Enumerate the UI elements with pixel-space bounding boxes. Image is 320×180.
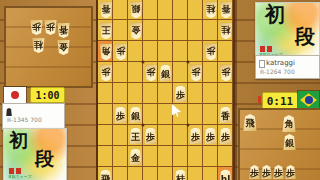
hoshi-dot — [187, 124, 190, 127]
board-cell[interactable]: 桂 — [218, 20, 233, 41]
left-player-clock: 1:00 — [30, 87, 65, 103]
board-cell[interactable] — [188, 0, 203, 20]
board-cell[interactable] — [188, 146, 203, 167]
board-cell[interactable] — [113, 62, 128, 83]
player-piece-icon — [6, 108, 12, 116]
board-cell[interactable] — [143, 146, 158, 167]
player-status-icon — [259, 60, 265, 68]
board-cell[interactable] — [143, 167, 158, 180]
board-cell[interactable] — [113, 83, 128, 104]
board-cell[interactable] — [158, 104, 173, 125]
board-cell[interactable]: 歩 — [188, 62, 203, 83]
board-cell[interactable]: 銀 — [158, 62, 173, 83]
board-grid: 香銀桂香王金桂角歩歩歩歩銀歩歩歩歩銀香王歩歩歩歩金飛桂hl — [98, 0, 233, 180]
rank-seal-stamps — [260, 46, 272, 52]
brazil-flag-icon — [298, 91, 319, 109]
board-cell[interactable] — [143, 104, 158, 125]
board-cell[interactable] — [173, 20, 188, 41]
board-cell[interactable] — [113, 167, 128, 180]
shogi-piece-歩[interactable]: 歩 — [189, 64, 202, 81]
board-cell[interactable] — [188, 83, 203, 104]
board-cell[interactable]: 香 — [218, 104, 233, 125]
board-cell[interactable]: 桂 — [173, 167, 188, 180]
shogi-piece-歩[interactable]: 歩 — [144, 127, 157, 144]
board-cell[interactable] — [143, 0, 158, 20]
right-player-name: katraggi — [266, 59, 295, 67]
board-cell[interactable]: 角 — [98, 41, 113, 62]
board-cell[interactable] — [128, 167, 143, 180]
shogi-piece-歩[interactable]: 歩 — [114, 106, 127, 123]
board-cell[interactable] — [143, 41, 158, 62]
board-cell[interactable] — [218, 146, 233, 167]
shogi-piece-香[interactable]: 香 — [219, 106, 232, 123]
board-cell[interactable]: 歩 — [203, 41, 218, 62]
board-cell[interactable]: 歩 — [173, 83, 188, 104]
board-cell[interactable]: 金 — [128, 146, 143, 167]
shogi-piece-香[interactable]: 香 — [99, 1, 112, 18]
board-cell[interactable] — [188, 41, 203, 62]
rank-kanji: 段 — [35, 149, 54, 168]
board-cell[interactable]: 銀 — [128, 104, 143, 125]
hand-piece-歩[interactable]: 歩 — [30, 20, 43, 35]
board-cell[interactable]: 王 — [128, 125, 143, 146]
board-cell[interactable] — [173, 62, 188, 83]
board-cell[interactable] — [128, 83, 143, 104]
hoshi-dot — [187, 61, 190, 64]
right-player-namecard[interactable]: katraggi R-1264 700 — [255, 55, 320, 79]
board-cell[interactable] — [203, 83, 218, 104]
board-cell[interactable] — [158, 83, 173, 104]
board-cell[interactable]: 歩 — [113, 104, 128, 125]
hand-piece-銀[interactable]: 銀 — [283, 134, 296, 150]
board-cell[interactable]: 王 — [98, 20, 113, 41]
hand-piece-香[interactable]: 香 — [57, 23, 70, 38]
board-cell[interactable]: 歩 — [218, 125, 233, 146]
shogi-piece-桂[interactable]: 桂 — [204, 1, 217, 18]
shogi-piece-金[interactable]: 金 — [129, 22, 142, 39]
board-cell[interactable]: hl — [218, 167, 233, 180]
left-player-info: R-1345 700 — [7, 116, 42, 123]
hand-piece-角[interactable]: 角 — [282, 115, 296, 132]
board-cell[interactable] — [188, 104, 203, 125]
shogi-piece-飛[interactable]: 飛 — [99, 169, 112, 180]
board-cell[interactable] — [173, 0, 188, 20]
board-cell[interactable]: 歩 — [113, 41, 128, 62]
active-turn-indicator — [258, 96, 261, 103]
board-cell[interactable] — [128, 62, 143, 83]
board-cell[interactable] — [98, 125, 113, 146]
rank-kanji: 初 — [265, 4, 285, 24]
board-cell[interactable] — [98, 83, 113, 104]
hand-piece-歩[interactable]: 歩 — [44, 20, 57, 35]
shogi-piece-歩[interactable]: 歩 — [204, 43, 217, 60]
hand-piece-歩[interactable]: 歩 — [249, 165, 260, 179]
shogi-piece-歩[interactable]: 歩 — [99, 64, 112, 81]
board-cell[interactable] — [113, 125, 128, 146]
right-rank-card: 初 段 将棋ウォーズ — [255, 2, 320, 59]
hand-piece-桂[interactable]: 桂 — [32, 38, 45, 53]
board-cell[interactable] — [203, 20, 218, 41]
board-cell[interactable]: 桂 — [203, 0, 218, 20]
board-cell[interactable] — [98, 104, 113, 125]
right-player-info: R-1264 700 — [260, 68, 295, 75]
shogi-piece-歩[interactable]: 歩 — [114, 43, 127, 60]
board-cell[interactable] — [203, 167, 218, 180]
board-cell[interactable] — [203, 104, 218, 125]
shogi-piece-桂[interactable]: 桂 — [219, 22, 232, 39]
shogi-piece-桂[interactable]: 桂 — [174, 169, 187, 180]
shogi-piece-王[interactable]: 王 — [99, 22, 112, 39]
board-cell[interactable] — [158, 125, 173, 146]
board-cell[interactable]: 香 — [218, 0, 233, 20]
hand-piece-金[interactable]: 金 — [57, 40, 70, 55]
board-cell[interactable] — [113, 0, 128, 20]
board-cell[interactable] — [188, 20, 203, 41]
shogi-piece-歩[interactable]: 歩 — [189, 127, 202, 144]
shogi-piece-銀[interactable]: 銀 — [129, 1, 142, 18]
board-cell[interactable] — [158, 41, 173, 62]
hoshi-dot — [142, 124, 145, 127]
hand-piece-歩[interactable]: 歩 — [285, 165, 296, 179]
board-cell[interactable] — [218, 41, 233, 62]
board-cell[interactable] — [218, 83, 233, 104]
board-cell[interactable] — [158, 0, 173, 20]
board-cell[interactable]: 飛 — [98, 167, 113, 180]
board-cell[interactable] — [173, 146, 188, 167]
shogi-piece-歩[interactable]: 歩 — [144, 64, 157, 81]
board-cell[interactable] — [203, 146, 218, 167]
left-player-namecard[interactable]: R-1345 700 — [2, 103, 65, 130]
board-cell[interactable] — [98, 146, 113, 167]
board-cell[interactable]: 歩 — [203, 125, 218, 146]
shogi-piece-銀[interactable]: 銀 — [129, 106, 142, 123]
gote-hand-tray: 歩歩桂香金 — [4, 6, 93, 88]
japan-flag-icon — [4, 87, 26, 103]
board-cell[interactable]: 歩 — [143, 62, 158, 83]
rank-seal-stamps — [9, 168, 21, 174]
shogi-piece-香[interactable]: 香 — [219, 1, 232, 18]
board-cell[interactable] — [173, 41, 188, 62]
shogi-piece-角[interactable]: 角 — [99, 43, 112, 60]
shogi-piece-歩[interactable]: 歩 — [204, 127, 217, 144]
board-cell[interactable] — [203, 62, 218, 83]
hand-piece-歩[interactable]: 歩 — [261, 165, 272, 179]
shogi-piece-王[interactable]: 王 — [129, 127, 142, 144]
board-cell[interactable] — [158, 146, 173, 167]
board-cell[interactable] — [128, 41, 143, 62]
board-cell[interactable]: 歩 — [98, 62, 113, 83]
board-cell[interactable] — [113, 20, 128, 41]
board-cell[interactable] — [158, 167, 173, 180]
shogi-piece-金[interactable]: 金 — [129, 148, 142, 165]
board-cell[interactable]: 歩 — [188, 125, 203, 146]
board-cell[interactable] — [188, 167, 203, 180]
rank-kanji: 段 — [295, 26, 315, 46]
shogi-board: 香銀桂香王金桂角歩歩歩歩銀歩歩歩歩銀香王歩歩歩歩金飛桂hl — [96, 0, 235, 180]
shogi-piece-hl[interactable]: hl — [219, 169, 232, 180]
rank-kanji: 初 — [9, 131, 28, 150]
board-cell[interactable] — [173, 125, 188, 146]
shogi-piece-歩[interactable]: 歩 — [174, 85, 187, 102]
rank-stamp-text: 将棋ウォーズ — [8, 174, 32, 180]
board-cell[interactable]: 金 — [128, 20, 143, 41]
sente-hand-tray: 飛角銀歩歩歩歩 — [238, 108, 320, 180]
board-cell[interactable]: 歩 — [218, 62, 233, 83]
board-cell[interactable] — [143, 20, 158, 41]
hand-piece-歩[interactable]: 歩 — [273, 165, 284, 179]
hoshi-dot — [142, 61, 145, 64]
shogi-piece-歩[interactable]: 歩 — [219, 127, 232, 144]
board-cell[interactable]: 銀 — [128, 0, 143, 20]
shogi-piece-歩[interactable]: 歩 — [219, 64, 232, 81]
board-cell[interactable]: 歩 — [143, 125, 158, 146]
board-cell[interactable] — [113, 146, 128, 167]
board-cell[interactable]: 香 — [98, 0, 113, 20]
hand-piece-飛[interactable]: 飛 — [243, 114, 257, 131]
board-cell[interactable] — [158, 20, 173, 41]
shogi-piece-銀[interactable]: 銀 — [159, 64, 172, 81]
board-cell[interactable] — [143, 83, 158, 104]
left-rank-card: 初 段 将棋ウォーズ — [3, 128, 67, 180]
shogi-game-screen: 歩歩桂香金 香銀桂香王金桂角歩歩歩歩銀歩歩歩歩銀香王歩歩歩歩金飛桂hl 1:00… — [0, 0, 320, 180]
